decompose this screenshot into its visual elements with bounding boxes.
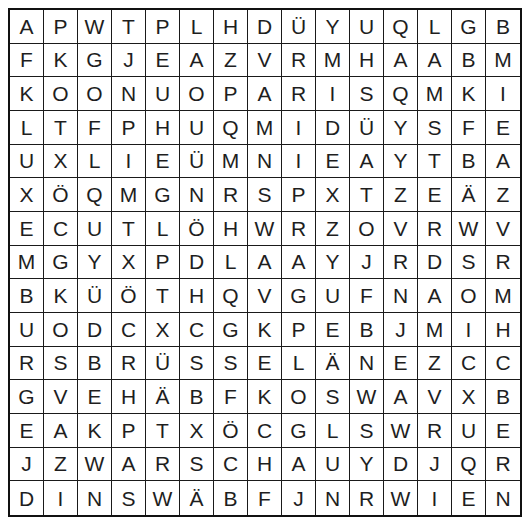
cell-r12c13[interactable]: V — [418, 380, 452, 414]
cell-r6c9[interactable]: P — [282, 178, 316, 212]
cell-r3c5[interactable]: U — [146, 77, 180, 111]
cell-r12c6[interactable]: B — [180, 380, 214, 414]
cell-r10c14[interactable]: I — [452, 313, 486, 347]
cell-r9c11[interactable]: F — [350, 279, 384, 313]
cell-r4c3[interactable]: F — [78, 111, 112, 145]
cell-r3c13[interactable]: M — [418, 77, 452, 111]
cell-r1c14[interactable]: G — [452, 10, 486, 44]
cell-r1c11[interactable]: U — [350, 10, 384, 44]
cell-r8c4[interactable]: X — [112, 246, 146, 280]
cell-r5c4[interactable]: I — [112, 145, 146, 179]
cell-r10c15[interactable]: H — [486, 313, 520, 347]
cell-r7c10[interactable]: Z — [316, 212, 350, 246]
cell-r1c3[interactable]: W — [78, 10, 112, 44]
cell-r2c9[interactable]: R — [282, 44, 316, 78]
cell-r9c6[interactable]: H — [180, 279, 214, 313]
cell-r1c7[interactable]: H — [214, 10, 248, 44]
cell-r15c7[interactable]: B — [214, 481, 248, 515]
cell-r9c10[interactable]: U — [316, 279, 350, 313]
cell-r12c7[interactable]: F — [214, 380, 248, 414]
cell-r3c4[interactable]: N — [112, 77, 146, 111]
cell-r5c10[interactable]: E — [316, 145, 350, 179]
cell-r13c14[interactable]: U — [452, 414, 486, 448]
cell-r11c11[interactable]: N — [350, 347, 384, 381]
cell-r12c11[interactable]: W — [350, 380, 384, 414]
cell-r4c10[interactable]: D — [316, 111, 350, 145]
cell-r1c4[interactable]: T — [112, 10, 146, 44]
cell-r15c2[interactable]: I — [44, 481, 78, 515]
cell-r9c7[interactable]: Q — [214, 279, 248, 313]
cell-r11c13[interactable]: Z — [418, 347, 452, 381]
cell-r6c8[interactable]: S — [248, 178, 282, 212]
cell-r15c15[interactable]: N — [486, 481, 520, 515]
cell-r2c13[interactable]: A — [418, 44, 452, 78]
cell-r14c9[interactable]: A — [282, 448, 316, 482]
cell-r6c4[interactable]: M — [112, 178, 146, 212]
cell-r4c14[interactable]: F — [452, 111, 486, 145]
cell-r6c2[interactable]: Ö — [44, 178, 78, 212]
cell-r15c14[interactable]: E — [452, 481, 486, 515]
cell-r8c10[interactable]: Y — [316, 246, 350, 280]
cell-r11c6[interactable]: S — [180, 347, 214, 381]
cell-r8c5[interactable]: P — [146, 246, 180, 280]
cell-r11c5[interactable]: Ü — [146, 347, 180, 381]
cell-r6c7[interactable]: R — [214, 178, 248, 212]
cell-r3c1[interactable]: K — [10, 77, 44, 111]
cell-r14c13[interactable]: J — [418, 448, 452, 482]
cell-r15c11[interactable]: R — [350, 481, 384, 515]
cell-r11c15[interactable]: C — [486, 347, 520, 381]
cell-r3c10[interactable]: I — [316, 77, 350, 111]
cell-r13c15[interactable]: E — [486, 414, 520, 448]
cell-r15c9[interactable]: J — [282, 481, 316, 515]
cell-r11c9[interactable]: L — [282, 347, 316, 381]
cell-r10c10[interactable]: E — [316, 313, 350, 347]
cell-r11c3[interactable]: B — [78, 347, 112, 381]
cell-r6c6[interactable]: N — [180, 178, 214, 212]
cell-r15c13[interactable]: I — [418, 481, 452, 515]
cell-r6c15[interactable]: Z — [486, 178, 520, 212]
cell-r4c2[interactable]: T — [44, 111, 78, 145]
cell-r5c13[interactable]: T — [418, 145, 452, 179]
cell-r10c2[interactable]: O — [44, 313, 78, 347]
cell-r7c14[interactable]: W — [452, 212, 486, 246]
cell-r13c2[interactable]: A — [44, 414, 78, 448]
cell-r9c8[interactable]: V — [248, 279, 282, 313]
cell-r11c4[interactable]: R — [112, 347, 146, 381]
cell-r4c7[interactable]: Q — [214, 111, 248, 145]
cell-r4c13[interactable]: S — [418, 111, 452, 145]
cell-r9c5[interactable]: T — [146, 279, 180, 313]
cell-r14c8[interactable]: H — [248, 448, 282, 482]
cell-r14c11[interactable]: Y — [350, 448, 384, 482]
cell-r15c5[interactable]: W — [146, 481, 180, 515]
cell-r14c5[interactable]: R — [146, 448, 180, 482]
cell-r3c6[interactable]: O — [180, 77, 214, 111]
cell-r2c5[interactable]: E — [146, 44, 180, 78]
cell-r9c4[interactable]: Ö — [112, 279, 146, 313]
cell-r14c12[interactable]: D — [384, 448, 418, 482]
cell-r10c11[interactable]: B — [350, 313, 384, 347]
cell-r6c12[interactable]: Z — [384, 178, 418, 212]
cell-r14c14[interactable]: Q — [452, 448, 486, 482]
cell-r1c13[interactable]: L — [418, 10, 452, 44]
cell-r2c8[interactable]: V — [248, 44, 282, 78]
cell-r14c15[interactable]: R — [486, 448, 520, 482]
cell-r10c4[interactable]: C — [112, 313, 146, 347]
cell-r5c5[interactable]: E — [146, 145, 180, 179]
cell-r4c4[interactable]: P — [112, 111, 146, 145]
cell-r4c12[interactable]: Y — [384, 111, 418, 145]
cell-r12c4[interactable]: H — [112, 380, 146, 414]
cell-r10c13[interactable]: M — [418, 313, 452, 347]
cell-r1c9[interactable]: Ü — [282, 10, 316, 44]
cell-r15c6[interactable]: Ä — [180, 481, 214, 515]
cell-r2c12[interactable]: A — [384, 44, 418, 78]
cell-r8c11[interactable]: J — [350, 246, 384, 280]
cell-r3c14[interactable]: K — [452, 77, 486, 111]
cell-r11c14[interactable]: C — [452, 347, 486, 381]
cell-r11c1[interactable]: R — [10, 347, 44, 381]
cell-r5c7[interactable]: M — [214, 145, 248, 179]
cell-r14c6[interactable]: S — [180, 448, 214, 482]
cell-r2c15[interactable]: M — [486, 44, 520, 78]
cell-r2c7[interactable]: Z — [214, 44, 248, 78]
cell-r15c4[interactable]: S — [112, 481, 146, 515]
cell-r8c13[interactable]: D — [418, 246, 452, 280]
cell-r9c1[interactable]: B — [10, 279, 44, 313]
cell-r14c4[interactable]: A — [112, 448, 146, 482]
cell-r10c5[interactable]: X — [146, 313, 180, 347]
cell-r8c15[interactable]: R — [486, 246, 520, 280]
cell-r1c10[interactable]: Y — [316, 10, 350, 44]
cell-r1c2[interactable]: P — [44, 10, 78, 44]
cell-r8c12[interactable]: R — [384, 246, 418, 280]
cell-r1c6[interactable]: L — [180, 10, 214, 44]
cell-r13c8[interactable]: C — [248, 414, 282, 448]
cell-r8c9[interactable]: A — [282, 246, 316, 280]
cell-r2c4[interactable]: J — [112, 44, 146, 78]
cell-r4c9[interactable]: I — [282, 111, 316, 145]
cell-r8c1[interactable]: M — [10, 246, 44, 280]
cell-r9c13[interactable]: A — [418, 279, 452, 313]
cell-r14c10[interactable]: U — [316, 448, 350, 482]
cell-r7c1[interactable]: E — [10, 212, 44, 246]
cell-r2c6[interactable]: A — [180, 44, 214, 78]
cell-r3c15[interactable]: I — [486, 77, 520, 111]
cell-r15c12[interactable]: W — [384, 481, 418, 515]
cell-r9c12[interactable]: N — [384, 279, 418, 313]
cell-r2c11[interactable]: H — [350, 44, 384, 78]
cell-r4c15[interactable]: E — [486, 111, 520, 145]
cell-r6c1[interactable]: X — [10, 178, 44, 212]
cell-r11c8[interactable]: E — [248, 347, 282, 381]
cell-r5c6[interactable]: Ü — [180, 145, 214, 179]
cell-r8c2[interactable]: G — [44, 246, 78, 280]
cell-r7c8[interactable]: W — [248, 212, 282, 246]
cell-r7c5[interactable]: L — [146, 212, 180, 246]
cell-r3c2[interactable]: O — [44, 77, 78, 111]
cell-r1c8[interactable]: D — [248, 10, 282, 44]
cell-r5c12[interactable]: Y — [384, 145, 418, 179]
cell-r7c9[interactable]: R — [282, 212, 316, 246]
cell-r15c3[interactable]: N — [78, 481, 112, 515]
cell-r5c11[interactable]: A — [350, 145, 384, 179]
cell-r8c7[interactable]: L — [214, 246, 248, 280]
cell-r6c3[interactable]: Q — [78, 178, 112, 212]
cell-r5c14[interactable]: B — [452, 145, 486, 179]
cell-r7c4[interactable]: T — [112, 212, 146, 246]
cell-r5c9[interactable]: I — [282, 145, 316, 179]
cell-r8c3[interactable]: Y — [78, 246, 112, 280]
cell-r3c11[interactable]: S — [350, 77, 384, 111]
cell-r8c6[interactable]: D — [180, 246, 214, 280]
word-search-board: APWTPLHDÜYUQLGBFKGJEAZVRMHAABMKOONUOPARI… — [8, 8, 522, 517]
cell-r12c9[interactable]: O — [282, 380, 316, 414]
cell-r10c12[interactable]: J — [384, 313, 418, 347]
cell-r10c9[interactable]: P — [282, 313, 316, 347]
cell-r6c14[interactable]: Ä — [452, 178, 486, 212]
cell-r10c8[interactable]: K — [248, 313, 282, 347]
cell-r13c12[interactable]: W — [384, 414, 418, 448]
cell-r3c7[interactable]: P — [214, 77, 248, 111]
cell-r1c1[interactable]: A — [10, 10, 44, 44]
cell-r13c4[interactable]: P — [112, 414, 146, 448]
cell-r13c3[interactable]: K — [78, 414, 112, 448]
cell-r12c2[interactable]: V — [44, 380, 78, 414]
cell-r9c9[interactable]: G — [282, 279, 316, 313]
cell-r6c11[interactable]: T — [350, 178, 384, 212]
cell-r14c2[interactable]: Z — [44, 448, 78, 482]
cell-r7c12[interactable]: V — [384, 212, 418, 246]
cell-r11c7[interactable]: S — [214, 347, 248, 381]
cell-r14c7[interactable]: C — [214, 448, 248, 482]
cell-r15c1[interactable]: D — [10, 481, 44, 515]
cell-r12c3[interactable]: E — [78, 380, 112, 414]
cell-r7c6[interactable]: Ö — [180, 212, 214, 246]
cell-r9c2[interactable]: K — [44, 279, 78, 313]
cell-r7c11[interactable]: O — [350, 212, 384, 246]
cell-r11c12[interactable]: E — [384, 347, 418, 381]
cell-r1c12[interactable]: Q — [384, 10, 418, 44]
cell-r7c3[interactable]: U — [78, 212, 112, 246]
cell-r10c6[interactable]: C — [180, 313, 214, 347]
cell-r12c8[interactable]: K — [248, 380, 282, 414]
cell-r4c8[interactable]: M — [248, 111, 282, 145]
cell-r4c6[interactable]: U — [180, 111, 214, 145]
cell-r6c13[interactable]: E — [418, 178, 452, 212]
cell-r12c12[interactable]: A — [384, 380, 418, 414]
cell-r12c5[interactable]: Ä — [146, 380, 180, 414]
cell-r13c9[interactable]: G — [282, 414, 316, 448]
cell-r7c2[interactable]: C — [44, 212, 78, 246]
cell-r3c8[interactable]: A — [248, 77, 282, 111]
cell-r7c13[interactable]: R — [418, 212, 452, 246]
cell-r2c10[interactable]: M — [316, 44, 350, 78]
cell-r11c2[interactable]: S — [44, 347, 78, 381]
cell-r3c3[interactable]: O — [78, 77, 112, 111]
cell-r4c11[interactable]: Ü — [350, 111, 384, 145]
cell-r2c2[interactable]: K — [44, 44, 78, 78]
cell-r4c5[interactable]: H — [146, 111, 180, 145]
cell-r1c15[interactable]: B — [486, 10, 520, 44]
cell-r10c7[interactable]: G — [214, 313, 248, 347]
cell-r5c8[interactable]: N — [248, 145, 282, 179]
cell-r6c5[interactable]: G — [146, 178, 180, 212]
cell-r9c14[interactable]: O — [452, 279, 486, 313]
cell-r8c8[interactable]: A — [248, 246, 282, 280]
cell-r8c14[interactable]: S — [452, 246, 486, 280]
cell-r12c15[interactable]: B — [486, 380, 520, 414]
cell-r2c1[interactable]: F — [10, 44, 44, 78]
cell-r13c5[interactable]: T — [146, 414, 180, 448]
cell-r5c2[interactable]: X — [44, 145, 78, 179]
cell-r4c1[interactable]: L — [10, 111, 44, 145]
cell-r2c3[interactable]: G — [78, 44, 112, 78]
cell-r15c8[interactable]: F — [248, 481, 282, 515]
cell-r9c15[interactable]: M — [486, 279, 520, 313]
cell-r5c15[interactable]: A — [486, 145, 520, 179]
cell-r15c10[interactable]: N — [316, 481, 350, 515]
cell-r5c3[interactable]: L — [78, 145, 112, 179]
cell-r10c1[interactable]: U — [10, 313, 44, 347]
cell-r13c13[interactable]: R — [418, 414, 452, 448]
cell-r9c3[interactable]: Ü — [78, 279, 112, 313]
cell-r14c1[interactable]: J — [10, 448, 44, 482]
cell-r7c15[interactable]: V — [486, 212, 520, 246]
cell-r3c12[interactable]: Q — [384, 77, 418, 111]
cell-r12c1[interactable]: G — [10, 380, 44, 414]
cell-r12c14[interactable]: X — [452, 380, 486, 414]
cell-r13c10[interactable]: L — [316, 414, 350, 448]
cell-r14c3[interactable]: W — [78, 448, 112, 482]
cell-r7c7[interactable]: H — [214, 212, 248, 246]
cell-r13c11[interactable]: S — [350, 414, 384, 448]
cell-r2c14[interactable]: B — [452, 44, 486, 78]
cell-r5c1[interactable]: U — [10, 145, 44, 179]
cell-r13c1[interactable]: E — [10, 414, 44, 448]
cell-r10c3[interactable]: D — [78, 313, 112, 347]
cell-r13c7[interactable]: Ö — [214, 414, 248, 448]
cell-r6c10[interactable]: X — [316, 178, 350, 212]
cell-r1c5[interactable]: P — [146, 10, 180, 44]
cell-r11c10[interactable]: Ä — [316, 347, 350, 381]
cell-r3c9[interactable]: R — [282, 77, 316, 111]
cell-r13c6[interactable]: X — [180, 414, 214, 448]
cell-r12c10[interactable]: S — [316, 380, 350, 414]
